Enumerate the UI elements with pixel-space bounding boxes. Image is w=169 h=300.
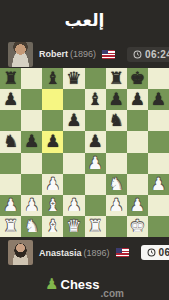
square-d6[interactable]: ♟ — [63, 110, 84, 131]
square-d8[interactable]: ♛ — [63, 68, 84, 89]
piece-white-pawn-b2: ♟ — [24, 196, 39, 213]
square-e1[interactable]: ♜ — [85, 216, 106, 237]
square-c4[interactable] — [42, 153, 63, 174]
piece-white-pawn-e4: ♟ — [87, 154, 102, 171]
piece-black-knight-a5: ♞ — [3, 133, 18, 150]
square-a8[interactable]: ♜ — [0, 68, 21, 89]
chesscom-pawn-icon: ♟ — [45, 277, 58, 292]
square-e7[interactable]: ♝ — [85, 89, 106, 110]
square-f4[interactable] — [106, 153, 127, 174]
piece-white-pawn-d2: ♟ — [66, 196, 81, 213]
square-d5[interactable] — [63, 131, 84, 152]
square-f2[interactable]: ♟ — [106, 195, 127, 216]
title-bar: إلعب — [0, 0, 169, 40]
square-f3[interactable]: ♞ — [106, 174, 127, 195]
square-a7[interactable]: ♟ — [0, 89, 21, 110]
piece-white-bishop-c2: ♝ — [45, 196, 60, 213]
piece-black-pawn-f7: ♟ — [109, 91, 124, 108]
square-e8[interactable] — [85, 68, 106, 89]
us-flag-icon — [102, 50, 115, 59]
square-g5[interactable] — [127, 131, 148, 152]
piece-black-pawn-e5: ♟ — [87, 133, 102, 150]
square-c1[interactable]: ♝ — [42, 216, 63, 237]
top-player-name: Robert — [39, 49, 68, 59]
piece-black-rook-a8: ♜ — [3, 70, 18, 87]
square-g4[interactable] — [127, 153, 148, 174]
square-f6[interactable]: ♞ — [106, 110, 127, 131]
piece-white-knight-f3: ♞ — [109, 175, 124, 192]
piece-black-bishop-c8: ♝ — [45, 70, 60, 87]
clock-icon — [147, 248, 156, 257]
square-b5[interactable]: ♟ — [21, 131, 42, 152]
square-d3[interactable] — [63, 174, 84, 195]
square-a3[interactable] — [0, 174, 21, 195]
square-e2[interactable] — [85, 195, 106, 216]
piece-black-bishop-e7: ♝ — [87, 91, 102, 108]
square-e5[interactable]: ♟ — [85, 131, 106, 152]
square-b6[interactable] — [21, 110, 42, 131]
page-title: إلعب — [65, 10, 105, 30]
piece-white-pawn-g2: ♟ — [130, 196, 145, 213]
square-h2[interactable] — [148, 195, 169, 216]
square-c2[interactable]: ♝ — [42, 195, 63, 216]
square-h3[interactable]: ♟ — [148, 174, 169, 195]
square-h7[interactable]: ♟ — [148, 89, 169, 110]
bottom-player-label: Anastasia (1896) — [39, 248, 110, 258]
top-player-clock: 06:24 — [127, 47, 169, 62]
square-b1[interactable]: ♞ — [21, 216, 42, 237]
piece-white-bishop-c1: ♝ — [45, 217, 60, 234]
piece-white-knight-b1: ♞ — [24, 217, 39, 234]
clock-icon — [133, 50, 142, 59]
square-b7[interactable] — [21, 89, 42, 110]
square-b2[interactable]: ♟ — [21, 195, 42, 216]
square-g6[interactable] — [127, 110, 148, 131]
piece-black-pawn-c5: ♟ — [45, 133, 60, 150]
top-player-avatar[interactable] — [8, 42, 33, 67]
square-f1[interactable] — [106, 216, 127, 237]
piece-white-king-g1: ♚ — [130, 217, 145, 234]
chesscom-logo[interactable]: Chess — [61, 277, 100, 292]
square-c7[interactable] — [42, 89, 63, 110]
bottom-player-clock: 06:56 — [141, 245, 169, 260]
square-b3[interactable] — [21, 174, 42, 195]
square-b8[interactable] — [21, 68, 42, 89]
square-d2[interactable]: ♟ — [63, 195, 84, 216]
square-g1[interactable]: ♚ — [127, 216, 148, 237]
piece-white-pawn-a2: ♟ — [3, 196, 18, 213]
footer: ♟ Chess .com — [0, 268, 169, 300]
square-e3[interactable] — [85, 174, 106, 195]
square-h8[interactable] — [148, 68, 169, 89]
square-c5[interactable]: ♟ — [42, 131, 63, 152]
piece-black-pawn-g7: ♟ — [130, 91, 145, 108]
square-g2[interactable]: ♟ — [127, 195, 148, 216]
square-c8[interactable]: ♝ — [42, 68, 63, 89]
square-h4[interactable] — [148, 153, 169, 174]
piece-white-queen-d1: ♛ — [66, 217, 81, 234]
square-a5[interactable]: ♞ — [0, 131, 21, 152]
app-window: إلعب Robert (1896) 06:24 ♜♝♛♜♚♟♝♟♟♟♟♞♞♟♟… — [0, 0, 169, 300]
piece-white-rook-e1: ♜ — [87, 217, 102, 234]
square-f8[interactable]: ♜ — [106, 68, 127, 89]
bottom-player-name: Anastasia — [39, 248, 82, 258]
square-c6[interactable] — [42, 110, 63, 131]
bottom-player-rating: (1896) — [84, 248, 110, 258]
piece-black-knight-f6: ♞ — [109, 112, 124, 129]
top-player-label: Robert (1896) — [39, 49, 96, 59]
square-h6[interactable] — [148, 110, 169, 131]
piece-black-king-g8: ♚ — [130, 70, 145, 87]
square-a1[interactable]: ♜ — [0, 216, 21, 237]
piece-black-pawn-a7: ♟ — [3, 91, 18, 108]
top-player-row: Robert (1896) 06:24 — [0, 40, 169, 68]
piece-black-queen-d8: ♛ — [66, 70, 81, 87]
square-d1[interactable]: ♛ — [63, 216, 84, 237]
chess-board: ♜♝♛♜♚♟♝♟♟♟♟♞♞♟♟♟♟♟♞♟♟♟♝♟♟♟♜♞♝♛♜♚ — [0, 68, 169, 237]
square-e6[interactable] — [85, 110, 106, 131]
square-h1[interactable] — [148, 216, 169, 237]
piece-black-pawn-d6: ♟ — [66, 112, 81, 129]
top-clock-time: 06:24 — [145, 49, 169, 60]
square-c3[interactable]: ♟ — [42, 174, 63, 195]
square-f7[interactable]: ♟ — [106, 89, 127, 110]
square-b4[interactable] — [21, 153, 42, 174]
square-a2[interactable]: ♟ — [0, 195, 21, 216]
bottom-player-avatar[interactable] — [8, 240, 33, 265]
square-a6[interactable] — [0, 110, 21, 131]
square-g8[interactable]: ♚ — [127, 68, 148, 89]
us-flag-icon — [116, 248, 129, 257]
piece-white-pawn-f2: ♟ — [109, 196, 124, 213]
piece-white-pawn-h3: ♟ — [151, 175, 166, 192]
square-a4[interactable] — [0, 153, 21, 174]
square-g7[interactable]: ♟ — [127, 89, 148, 110]
piece-black-rook-f8: ♜ — [109, 70, 124, 87]
square-d4[interactable] — [63, 153, 84, 174]
square-f5[interactable] — [106, 131, 127, 152]
piece-white-rook-a1: ♜ — [3, 217, 18, 234]
bottom-clock-time: 06:56 — [159, 247, 169, 258]
bottom-player-row: Anastasia (1896) 06:56 — [0, 237, 169, 268]
piece-black-pawn-b5: ♟ — [24, 133, 39, 150]
chesscom-logo-tld: .com — [101, 288, 124, 300]
top-player-rating: (1896) — [70, 49, 96, 59]
square-d7[interactable] — [63, 89, 84, 110]
square-h5[interactable] — [148, 131, 169, 152]
square-g3[interactable] — [127, 174, 148, 195]
piece-white-pawn-c3: ♟ — [45, 175, 60, 192]
piece-black-pawn-h7: ♟ — [151, 91, 166, 108]
square-e4[interactable]: ♟ — [85, 153, 106, 174]
